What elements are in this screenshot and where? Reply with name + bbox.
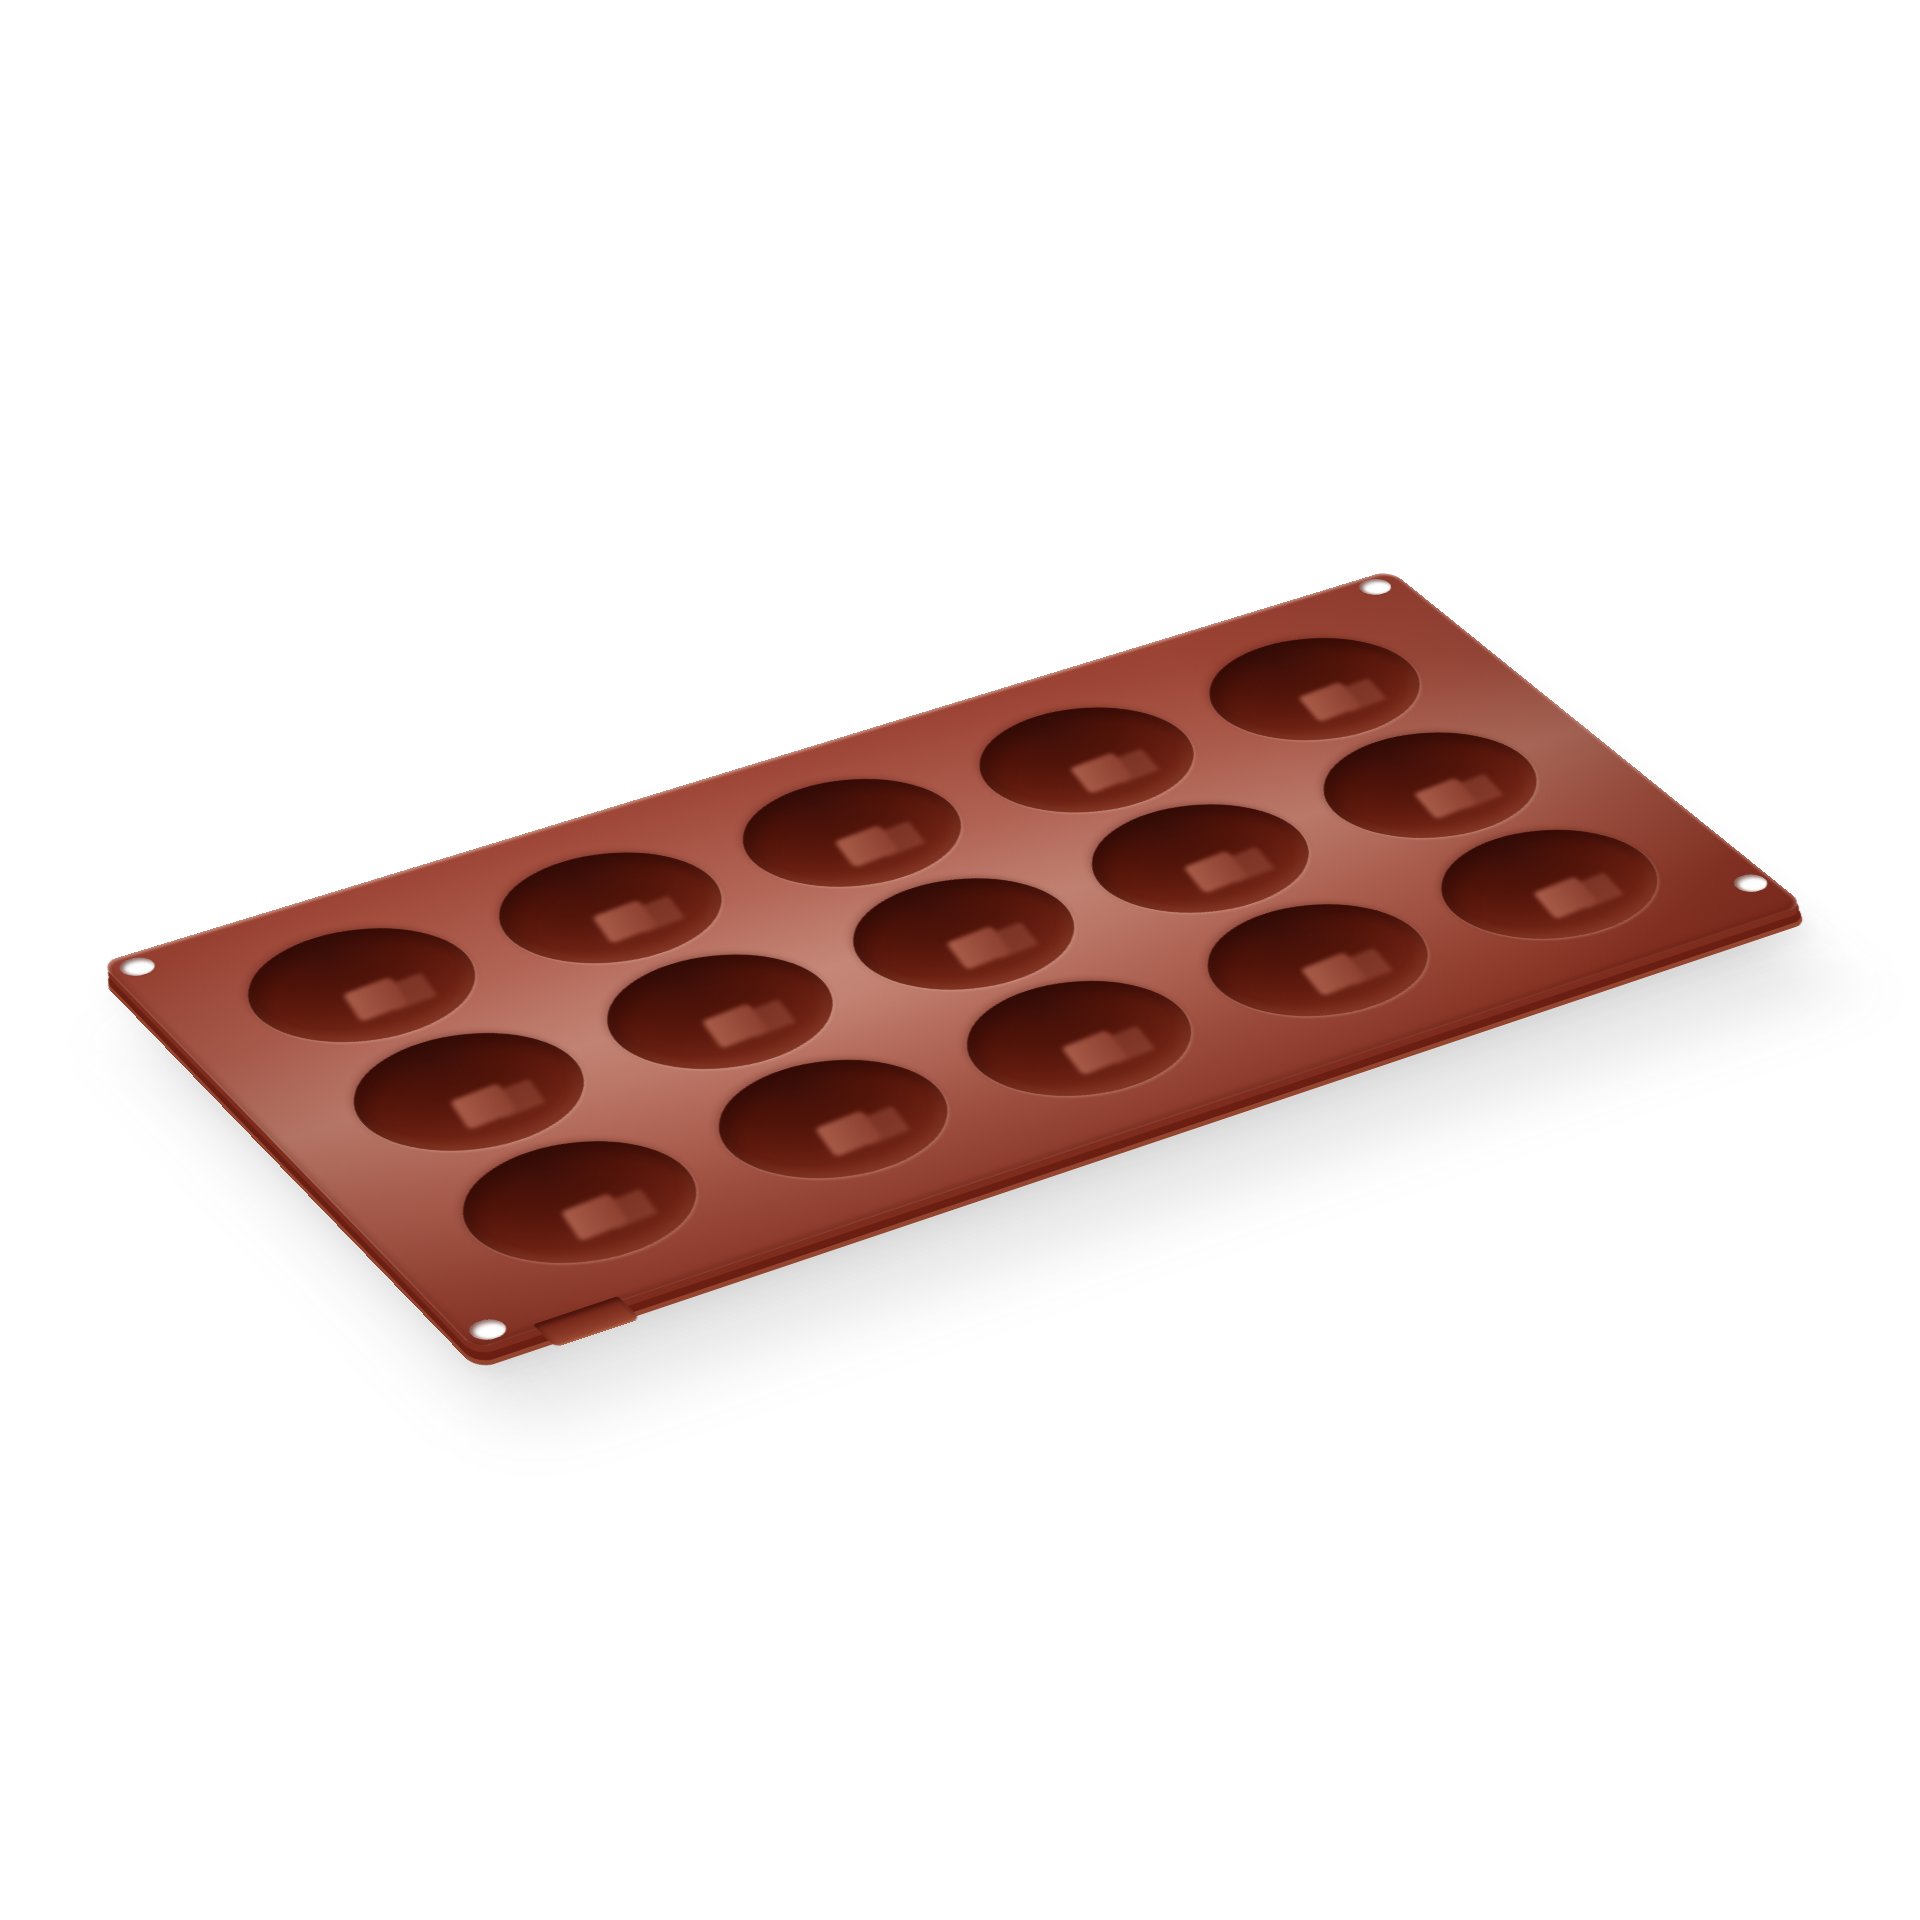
- cavity-reflection-highlight: [702, 1003, 769, 1049]
- cavity-reflection-highlight: [946, 926, 1012, 971]
- contact-shadow: [10, 26, 1350, 561]
- cavity-reflection-highlight: [1061, 1030, 1129, 1076]
- cavity-reflection-highlight: [1298, 682, 1362, 723]
- cavity-reflection-highlight: [815, 1110, 883, 1157]
- cavity-reflection-highlight: [450, 1083, 518, 1130]
- cavity-reflection-highlight: [1533, 876, 1599, 920]
- cavity-reflection-highlight: [1414, 777, 1479, 819]
- cavity-reflection-highlight: [1301, 952, 1368, 997]
- cavity-reflection-highlight: [343, 977, 410, 1023]
- product-photo: [0, 0, 1920, 1920]
- cavity-reflection-highlight: [1183, 851, 1249, 894]
- cavity-reflection-highlight: [592, 900, 658, 944]
- cavity-reflection-highlight: [1070, 752, 1134, 794]
- cavity-reflection-highlight: [834, 825, 899, 868]
- cavity-reflection-highlight: [561, 1193, 630, 1242]
